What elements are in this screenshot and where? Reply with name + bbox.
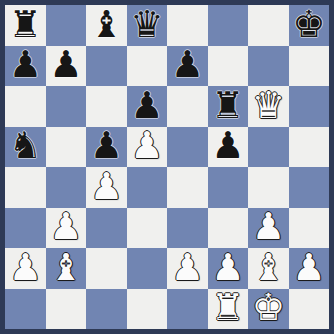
square-d6[interactable]: ♟ xyxy=(127,86,168,127)
square-h8[interactable]: ♚ xyxy=(289,5,330,46)
square-h3[interactable] xyxy=(289,208,330,249)
piece-black-bishop[interactable]: ♝ xyxy=(90,6,123,43)
square-a3[interactable] xyxy=(5,208,46,249)
square-d3[interactable] xyxy=(127,208,168,249)
square-f6[interactable]: ♜ xyxy=(208,86,249,127)
piece-black-king[interactable]: ♚ xyxy=(292,6,325,43)
piece-white-rook[interactable]: ♜ xyxy=(211,289,244,326)
square-b7[interactable]: ♟ xyxy=(46,46,87,87)
square-c4[interactable]: ♟ xyxy=(86,167,127,208)
square-e3[interactable] xyxy=(167,208,208,249)
square-g6[interactable]: ♛ xyxy=(248,86,289,127)
square-a4[interactable] xyxy=(5,167,46,208)
square-e1[interactable] xyxy=(167,289,208,330)
square-a7[interactable]: ♟ xyxy=(5,46,46,87)
square-d2[interactable] xyxy=(127,248,168,289)
square-f7[interactable] xyxy=(208,46,249,87)
piece-black-pawn[interactable]: ♟ xyxy=(9,46,42,83)
square-b3[interactable]: ♟ xyxy=(46,208,87,249)
square-f3[interactable] xyxy=(208,208,249,249)
square-e5[interactable] xyxy=(167,127,208,168)
piece-black-queen[interactable]: ♛ xyxy=(130,6,163,43)
square-c3[interactable] xyxy=(86,208,127,249)
piece-black-rook[interactable]: ♜ xyxy=(211,87,244,124)
square-a1[interactable] xyxy=(5,289,46,330)
piece-white-king[interactable]: ♚ xyxy=(252,289,285,326)
square-b8[interactable] xyxy=(46,5,87,46)
square-b6[interactable] xyxy=(46,86,87,127)
piece-black-knight[interactable]: ♞ xyxy=(9,127,42,164)
square-f8[interactable] xyxy=(208,5,249,46)
square-b1[interactable] xyxy=(46,289,87,330)
piece-white-pawn[interactable]: ♟ xyxy=(171,249,204,286)
square-g1[interactable]: ♚ xyxy=(248,289,289,330)
square-c8[interactable]: ♝ xyxy=(86,5,127,46)
square-d1[interactable] xyxy=(127,289,168,330)
square-b4[interactable] xyxy=(46,167,87,208)
piece-white-pawn[interactable]: ♟ xyxy=(9,249,42,286)
square-e7[interactable]: ♟ xyxy=(167,46,208,87)
square-d8[interactable]: ♛ xyxy=(127,5,168,46)
square-c1[interactable] xyxy=(86,289,127,330)
square-e2[interactable]: ♟ xyxy=(167,248,208,289)
square-c2[interactable] xyxy=(86,248,127,289)
piece-black-pawn[interactable]: ♟ xyxy=(90,127,123,164)
square-b5[interactable] xyxy=(46,127,87,168)
square-d4[interactable] xyxy=(127,167,168,208)
piece-white-pawn[interactable]: ♟ xyxy=(49,208,82,245)
square-e8[interactable] xyxy=(167,5,208,46)
square-c6[interactable] xyxy=(86,86,127,127)
square-c5[interactable]: ♟ xyxy=(86,127,127,168)
square-h1[interactable] xyxy=(289,289,330,330)
piece-black-rook[interactable]: ♜ xyxy=(9,6,42,43)
piece-white-bishop[interactable]: ♝ xyxy=(252,249,285,286)
square-f5[interactable]: ♟ xyxy=(208,127,249,168)
square-g2[interactable]: ♝ xyxy=(248,248,289,289)
chess-board: ♜♝♛♚♟♟♟♟♜♛♞♟♟♟♟♟♟♟♝♟♟♝♟♜♚ xyxy=(5,5,329,329)
square-f1[interactable]: ♜ xyxy=(208,289,249,330)
piece-white-pawn[interactable]: ♟ xyxy=(252,208,285,245)
square-h6[interactable] xyxy=(289,86,330,127)
square-d7[interactable] xyxy=(127,46,168,87)
piece-white-pawn[interactable]: ♟ xyxy=(130,127,163,164)
piece-white-bishop[interactable]: ♝ xyxy=(49,249,82,286)
square-g7[interactable] xyxy=(248,46,289,87)
square-a5[interactable]: ♞ xyxy=(5,127,46,168)
square-g5[interactable] xyxy=(248,127,289,168)
piece-white-queen[interactable]: ♛ xyxy=(252,87,285,124)
square-c7[interactable] xyxy=(86,46,127,87)
square-a2[interactable]: ♟ xyxy=(5,248,46,289)
square-a8[interactable]: ♜ xyxy=(5,5,46,46)
piece-black-pawn[interactable]: ♟ xyxy=(171,46,204,83)
piece-white-pawn[interactable]: ♟ xyxy=(292,249,325,286)
square-e4[interactable] xyxy=(167,167,208,208)
piece-black-pawn[interactable]: ♟ xyxy=(211,127,244,164)
square-h7[interactable] xyxy=(289,46,330,87)
square-e6[interactable] xyxy=(167,86,208,127)
square-g8[interactable] xyxy=(248,5,289,46)
square-a6[interactable] xyxy=(5,86,46,127)
square-f4[interactable] xyxy=(208,167,249,208)
square-d5[interactable]: ♟ xyxy=(127,127,168,168)
board-frame: ♜♝♛♚♟♟♟♟♜♛♞♟♟♟♟♟♟♟♝♟♟♝♟♜♚ xyxy=(0,0,334,334)
piece-white-pawn[interactable]: ♟ xyxy=(90,168,123,205)
square-h4[interactable] xyxy=(289,167,330,208)
piece-black-pawn[interactable]: ♟ xyxy=(130,87,163,124)
square-h2[interactable]: ♟ xyxy=(289,248,330,289)
piece-white-pawn[interactable]: ♟ xyxy=(211,249,244,286)
square-f2[interactable]: ♟ xyxy=(208,248,249,289)
square-g3[interactable]: ♟ xyxy=(248,208,289,249)
square-b2[interactable]: ♝ xyxy=(46,248,87,289)
piece-black-pawn[interactable]: ♟ xyxy=(49,46,82,83)
square-h5[interactable] xyxy=(289,127,330,168)
square-g4[interactable] xyxy=(248,167,289,208)
